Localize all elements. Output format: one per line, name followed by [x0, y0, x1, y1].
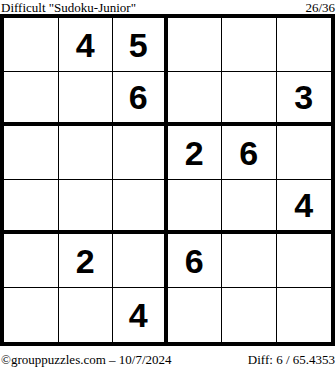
- sudoku-cell[interactable]: [4, 72, 59, 126]
- sudoku-cell[interactable]: [4, 126, 59, 180]
- sudoku-cell[interactable]: [4, 180, 59, 234]
- sudoku-cell[interactable]: [113, 234, 168, 288]
- sudoku-cell[interactable]: 2: [59, 234, 114, 288]
- sudoku-cell[interactable]: [222, 18, 277, 72]
- sudoku-cell[interactable]: [222, 288, 277, 342]
- difficulty-text: Diff: 6 / 65.4353: [248, 353, 335, 367]
- sudoku-cell[interactable]: 2: [168, 126, 223, 180]
- sudoku-cell[interactable]: [113, 180, 168, 234]
- sudoku-board: 4563264264: [0, 14, 335, 346]
- sudoku-cell[interactable]: [277, 288, 332, 342]
- sudoku-cell[interactable]: 5: [113, 18, 168, 72]
- sudoku-cell[interactable]: [168, 18, 223, 72]
- sudoku-cell[interactable]: [222, 234, 277, 288]
- sudoku-cell[interactable]: [168, 288, 223, 342]
- page-footer: ©grouppuzzles.com – 10/7/2024 Diff: 6 / …: [0, 353, 336, 367]
- sudoku-cell[interactable]: 3: [277, 72, 332, 126]
- sudoku-cell[interactable]: 6: [168, 234, 223, 288]
- sudoku-cell[interactable]: 6: [222, 126, 277, 180]
- remaining-counter: 26/36: [305, 1, 335, 14]
- sudoku-cell[interactable]: [168, 72, 223, 126]
- sudoku-cell[interactable]: [277, 126, 332, 180]
- sudoku-cell[interactable]: [59, 72, 114, 126]
- puzzle-title: Difficult "Sudoku-Junior": [1, 1, 136, 14]
- sudoku-cell[interactable]: [222, 72, 277, 126]
- sudoku-cell[interactable]: [113, 126, 168, 180]
- page-header: Difficult "Sudoku-Junior" 26/36: [0, 1, 336, 14]
- sudoku-cell[interactable]: [277, 234, 332, 288]
- sudoku-cell[interactable]: [277, 18, 332, 72]
- sudoku-cell[interactable]: 4: [277, 180, 332, 234]
- sudoku-page: Difficult "Sudoku-Junior" 26/36 45632642…: [0, 0, 336, 370]
- sudoku-cell[interactable]: [4, 288, 59, 342]
- sudoku-cell[interactable]: [59, 288, 114, 342]
- sudoku-cell[interactable]: 4: [113, 288, 168, 342]
- sudoku-cell[interactable]: 4: [59, 18, 114, 72]
- sudoku-cell[interactable]: [4, 18, 59, 72]
- sudoku-cell[interactable]: [59, 180, 114, 234]
- sudoku-cell[interactable]: [59, 126, 114, 180]
- sudoku-cell[interactable]: [4, 234, 59, 288]
- copyright-text: ©grouppuzzles.com – 10/7/2024: [1, 353, 172, 367]
- sudoku-cell[interactable]: [222, 180, 277, 234]
- sudoku-cell[interactable]: [168, 180, 223, 234]
- sudoku-cell[interactable]: 6: [113, 72, 168, 126]
